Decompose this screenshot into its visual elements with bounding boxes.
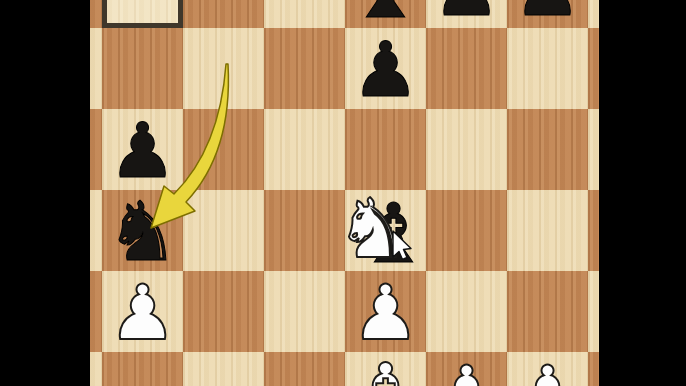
square-c7[interactable] bbox=[183, 0, 264, 28]
square-a3[interactable] bbox=[90, 271, 102, 352]
piece-white-knight-e4[interactable]: ♞ bbox=[332, 187, 413, 268]
square-a6[interactable] bbox=[90, 28, 102, 109]
square-g6[interactable] bbox=[507, 28, 588, 109]
square-h5[interactable] bbox=[588, 109, 599, 190]
square-d7[interactable] bbox=[264, 0, 345, 28]
square-g4[interactable] bbox=[507, 190, 588, 271]
square-g5[interactable] bbox=[507, 109, 588, 190]
square-h6[interactable] bbox=[588, 28, 599, 109]
square-h7[interactable] bbox=[588, 0, 599, 28]
square-h3[interactable] bbox=[588, 271, 599, 352]
square-c3[interactable] bbox=[183, 271, 264, 352]
square-f3[interactable] bbox=[426, 271, 507, 352]
square-a4[interactable] bbox=[90, 190, 102, 271]
piece-white-pawn-g2[interactable]: ♟ bbox=[507, 352, 588, 386]
square-d3[interactable] bbox=[264, 271, 345, 352]
piece-white-pawn-f2[interactable]: ♟ bbox=[426, 352, 507, 386]
square-c4[interactable] bbox=[183, 190, 264, 271]
square-g3[interactable] bbox=[507, 271, 588, 352]
letterbox-left bbox=[0, 0, 90, 386]
chess-board[interactable]: ♝♟♟♟♟♞♝♞♟♟♝♟♟ bbox=[90, 0, 599, 386]
square-h2[interactable] bbox=[588, 352, 599, 386]
highlighted-square-b7 bbox=[102, 0, 183, 28]
square-h4[interactable] bbox=[588, 190, 599, 271]
square-e5[interactable] bbox=[345, 109, 426, 190]
chess-video-frame: ♝♟♟♟♟♞♝♞♟♟♝♟♟ bbox=[0, 0, 686, 386]
piece-white-pawn-e3[interactable]: ♟ bbox=[345, 271, 426, 352]
square-d5[interactable] bbox=[264, 109, 345, 190]
board-viewport: ♝♟♟♟♟♞♝♞♟♟♝♟♟ bbox=[90, 0, 599, 386]
square-c2[interactable] bbox=[183, 352, 264, 386]
square-b6[interactable] bbox=[102, 28, 183, 109]
square-c6[interactable] bbox=[183, 28, 264, 109]
square-a2[interactable] bbox=[90, 352, 102, 386]
piece-black-pawn-g7[interactable]: ♟ bbox=[507, 0, 588, 28]
square-b2[interactable] bbox=[102, 352, 183, 386]
square-a7[interactable] bbox=[90, 0, 102, 28]
piece-white-pawn-b3[interactable]: ♟ bbox=[102, 271, 183, 352]
piece-black-pawn-e6[interactable]: ♟ bbox=[345, 28, 426, 109]
square-d6[interactable] bbox=[264, 28, 345, 109]
square-c5[interactable] bbox=[183, 109, 264, 190]
piece-black-pawn-f7[interactable]: ♟ bbox=[426, 0, 507, 28]
square-d2[interactable] bbox=[264, 352, 345, 386]
piece-black-bishop-e7[interactable]: ♝ bbox=[345, 0, 426, 28]
square-f5[interactable] bbox=[426, 109, 507, 190]
piece-black-knight-b4[interactable]: ♞ bbox=[102, 190, 183, 271]
square-f6[interactable] bbox=[426, 28, 507, 109]
square-f4[interactable] bbox=[426, 190, 507, 271]
letterbox-right bbox=[599, 0, 686, 386]
piece-white-bishop-e2[interactable]: ♝ bbox=[345, 352, 426, 386]
piece-black-pawn-b5[interactable]: ♟ bbox=[102, 109, 183, 190]
square-a5[interactable] bbox=[90, 109, 102, 190]
